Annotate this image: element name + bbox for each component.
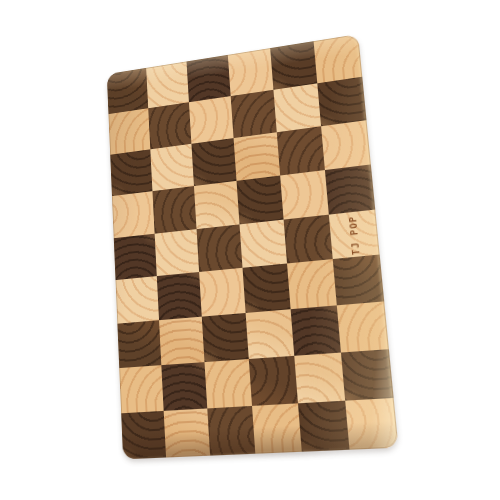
board-cell-dark — [197, 224, 243, 272]
board-cell-light — [159, 317, 204, 365]
board-cell-light — [116, 277, 160, 324]
board-cell-light — [228, 48, 274, 96]
board-cell-light — [246, 310, 295, 360]
board-cell-dark — [202, 313, 249, 362]
board-cell-dark — [107, 68, 148, 114]
board-cell-dark — [161, 362, 207, 411]
board-cell-dark — [117, 321, 161, 369]
board-cell-light — [239, 219, 287, 268]
board-cell-light — [189, 96, 234, 144]
board-cell-dark — [298, 401, 349, 452]
board-cell-light — [119, 365, 163, 413]
board-cell-light — [280, 170, 329, 219]
product-photo: TJ POP — [0, 0, 500, 500]
board-cell-dark — [243, 264, 291, 313]
board-cell-dark — [284, 214, 333, 264]
board-cell-dark — [236, 175, 283, 224]
board-cell-dark — [114, 233, 157, 280]
board-cell-light — [146, 61, 189, 108]
board-cell-light — [194, 181, 240, 229]
board-cell-dark — [157, 272, 202, 320]
cutting-board: TJ POP — [107, 34, 399, 459]
board-cell-dark — [148, 102, 191, 149]
board-cell-dark — [110, 149, 152, 196]
board-cell-light — [150, 144, 194, 191]
board-cell-light — [314, 34, 363, 83]
board-cell-light — [345, 398, 398, 450]
board-cell-dark — [152, 186, 196, 234]
board-cell-light — [294, 353, 345, 404]
board-cell-dark — [317, 77, 366, 126]
board-cell-dark — [341, 349, 394, 400]
board-cell-light — [108, 108, 150, 154]
board-cell-dark — [270, 41, 317, 90]
board-cell-light — [205, 359, 253, 408]
board-cell-light — [155, 229, 200, 277]
board-cell-light — [112, 191, 155, 238]
board-cell-dark — [186, 55, 230, 102]
board-cell-dark — [121, 411, 166, 459]
board-cell-light — [252, 403, 302, 453]
board-cell-light — [287, 259, 337, 309]
board-cell-dark — [231, 90, 277, 138]
board-cell-dark — [277, 126, 325, 175]
board-cell-light — [273, 83, 321, 132]
board-cell-light — [321, 120, 371, 170]
board-cell-light — [337, 302, 389, 353]
board-cell-light — [234, 132, 281, 180]
board-cell-light — [199, 268, 246, 317]
board-cell-dark — [291, 306, 341, 356]
board-cell-dark — [249, 356, 298, 406]
board-cell-dark — [191, 138, 236, 186]
board-cell-light — [164, 409, 210, 458]
board-cell-dark — [207, 406, 255, 456]
